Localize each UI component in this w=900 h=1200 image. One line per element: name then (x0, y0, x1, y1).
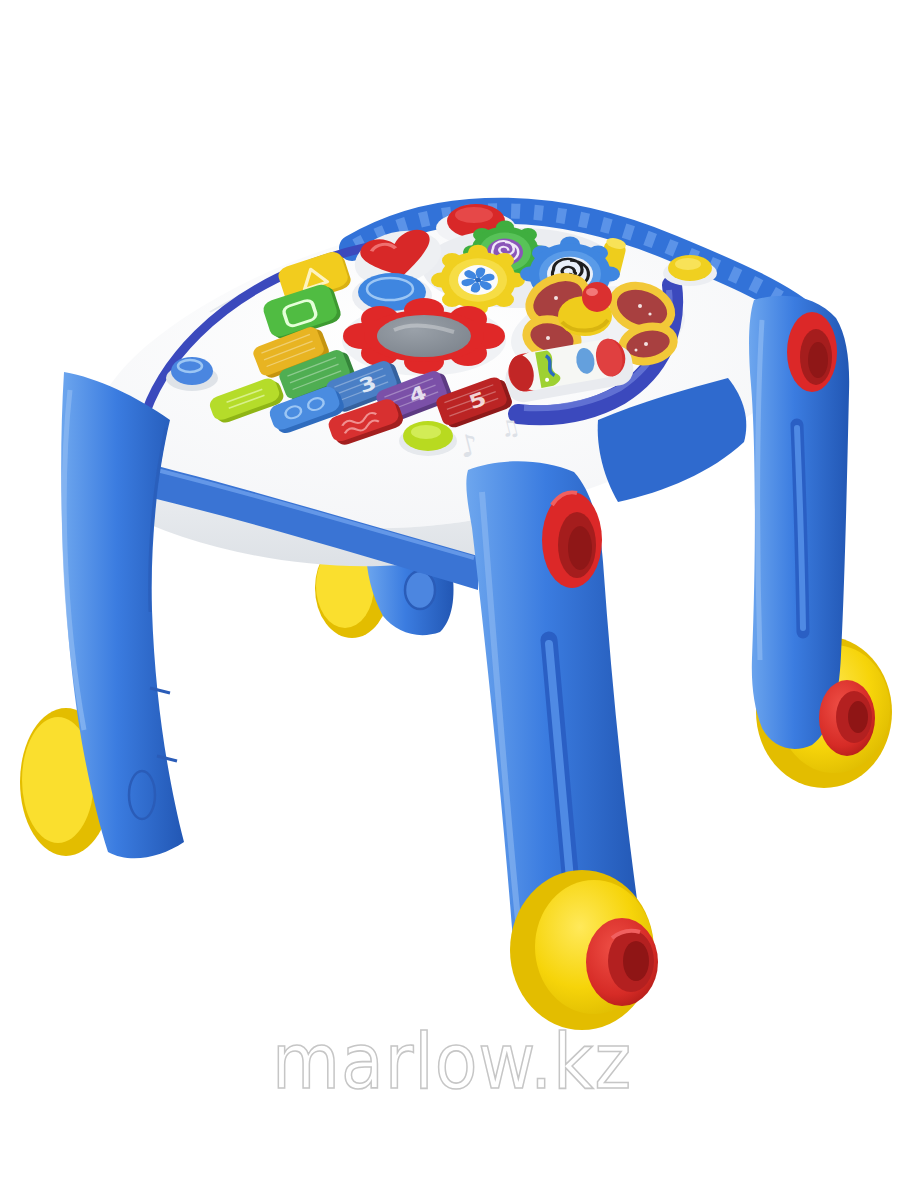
product-photo: 3 4 5 (0, 0, 900, 1200)
rear-right-joint-knob (787, 312, 837, 392)
yellow-gear (431, 245, 525, 316)
front-center-hub (586, 918, 658, 1006)
rear-right-hub (819, 680, 875, 756)
front-center-joint-knob (542, 492, 602, 588)
toy-walker-illustration: 3 4 5 (0, 0, 900, 1200)
mirror (377, 315, 471, 357)
watermark-text: marlow.kz (272, 1017, 632, 1106)
flower-mirror (343, 298, 505, 374)
